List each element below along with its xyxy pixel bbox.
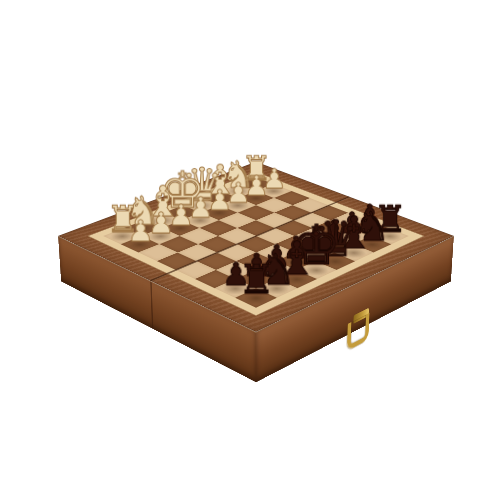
square-f8: ♝: [276, 270, 317, 288]
piece-shadow: [240, 178, 271, 190]
clasp-plate: [353, 308, 369, 324]
product-photo: ♜♟♟♜♞♟♟♞♝♟♟♝♛♟♟♛♚♟♟♚♝♟♟♝♞♟♟♞♜♟♟♜: [0, 0, 500, 500]
piece-shadow: [352, 221, 386, 235]
white-king: ♚: [159, 168, 205, 213]
square-d6: [275, 236, 314, 253]
piece-shadow: [334, 229, 368, 243]
clasp-hoop: [347, 313, 369, 351]
brass-clasp-icon: [351, 307, 370, 357]
box-side-hinge-seam-icon: [150, 282, 153, 330]
white-knight: ♞: [216, 157, 261, 191]
piece-shadow: [373, 229, 407, 243]
piece-shadow: [237, 289, 274, 306]
chess-board-box: ♜♟♟♜♞♟♟♞♝♟♟♝♛♟♟♛♚♟♟♚♝♟♟♝♞♟♟♞♜♟♟♜: [58, 162, 454, 332]
square-d5: [256, 228, 294, 244]
